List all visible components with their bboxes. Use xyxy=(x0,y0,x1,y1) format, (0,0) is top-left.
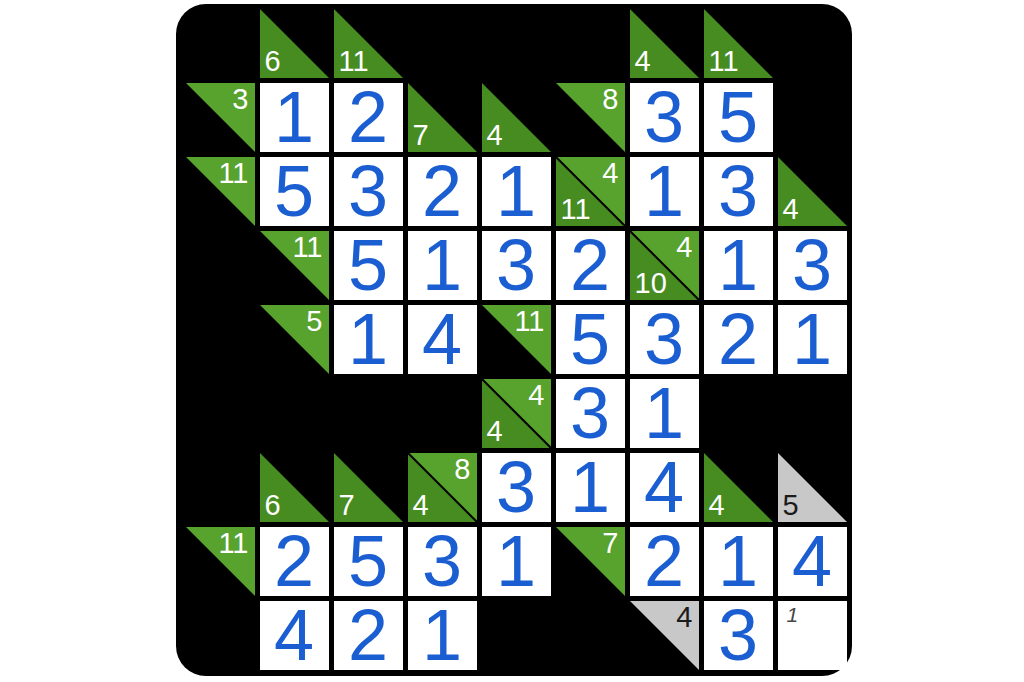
cell-r3-c7[interactable]: 1 xyxy=(701,228,775,302)
entry-value: 1 xyxy=(792,303,832,375)
cell-r1-c3: 7 xyxy=(405,80,479,154)
cell-r2-c3[interactable]: 2 xyxy=(405,154,479,228)
cell-r6-c8: 5 xyxy=(775,450,849,524)
cell-r0-c2: 11 xyxy=(331,6,405,80)
entry-value: 3 xyxy=(644,303,684,375)
cell-r4-c0 xyxy=(183,302,257,376)
cell-r3-c2[interactable]: 5 xyxy=(331,228,405,302)
entry-value: 5 xyxy=(718,81,758,153)
cell-r6-c0 xyxy=(183,450,257,524)
cell-r5-c3 xyxy=(405,376,479,450)
cell-r4-c1: 5 xyxy=(257,302,331,376)
cell-r8-c4 xyxy=(479,598,553,672)
cell-r7-c6[interactable]: 2 xyxy=(627,524,701,598)
down-clue-number: 4 xyxy=(635,47,651,76)
cell-r3-c4[interactable]: 3 xyxy=(479,228,553,302)
across-clue-number: 8 xyxy=(454,455,470,484)
entry-value: 3 xyxy=(570,377,610,449)
cell-r5-c0 xyxy=(183,376,257,450)
cell-r6-c1: 6 xyxy=(257,450,331,524)
entry-value: 3 xyxy=(644,81,684,153)
entry-value: 2 xyxy=(422,155,462,227)
across-clue-number: 3 xyxy=(232,85,248,114)
entry-value: 1 xyxy=(422,599,462,671)
cell-r7-c0: 11 xyxy=(183,524,257,598)
entry-value: 4 xyxy=(792,525,832,597)
entry-value: 1 xyxy=(496,525,536,597)
cell-r8-c2[interactable]: 2 xyxy=(331,598,405,672)
entry-value: 3 xyxy=(792,229,832,301)
cell-r6-c7: 4 xyxy=(701,450,775,524)
cell-r4-c5[interactable]: 5 xyxy=(553,302,627,376)
cell-r0-c5 xyxy=(553,6,627,80)
across-clue-number: 11 xyxy=(514,307,544,336)
cell-r5-c2 xyxy=(331,376,405,450)
cell-r0-c4 xyxy=(479,6,553,80)
entry-value: 3 xyxy=(718,599,758,671)
down-clue-number: 11 xyxy=(561,195,591,224)
cell-r5-c6[interactable]: 1 xyxy=(627,376,701,450)
cell-r5-c4: 44 xyxy=(479,376,553,450)
cell-r2-c8: 4 xyxy=(775,154,849,228)
cell-r0-c8 xyxy=(775,6,849,80)
cell-r1-c0: 3 xyxy=(183,80,257,154)
entry-value: 3 xyxy=(496,451,536,523)
cell-r5-c5[interactable]: 3 xyxy=(553,376,627,450)
cell-r8-c3[interactable]: 1 xyxy=(405,598,479,672)
down-clue-number: 4 xyxy=(413,491,429,520)
entry-value: 2 xyxy=(718,303,758,375)
cell-r6-c4[interactable]: 3 xyxy=(479,450,553,524)
cell-r8-c5 xyxy=(553,598,627,672)
cell-r7-c4[interactable]: 1 xyxy=(479,524,553,598)
cell-r8-c8[interactable]: 1 xyxy=(775,598,849,672)
cell-r8-c6: 4 xyxy=(627,598,701,672)
down-clue-number: 10 xyxy=(635,269,667,298)
entry-value: 3 xyxy=(718,155,758,227)
cell-r3-c3[interactable]: 1 xyxy=(405,228,479,302)
cell-r3-c6: 410 xyxy=(627,228,701,302)
entry-value: 2 xyxy=(644,525,684,597)
cell-r0-c3 xyxy=(405,6,479,80)
cell-r7-c3[interactable]: 3 xyxy=(405,524,479,598)
cell-r4-c2[interactable]: 1 xyxy=(331,302,405,376)
cell-r6-c2: 7 xyxy=(331,450,405,524)
cell-r7-c7[interactable]: 1 xyxy=(701,524,775,598)
down-clue-number: 11 xyxy=(709,47,739,76)
cell-r1-c4: 4 xyxy=(479,80,553,154)
cell-r1-c6[interactable]: 3 xyxy=(627,80,701,154)
down-clue-number: 5 xyxy=(783,491,799,520)
entry-value: 1 xyxy=(718,525,758,597)
cell-r6-c6[interactable]: 4 xyxy=(627,450,701,524)
cell-r5-c1 xyxy=(257,376,331,450)
cell-r2-c4[interactable]: 1 xyxy=(479,154,553,228)
cell-r8-c7[interactable]: 3 xyxy=(701,598,775,672)
across-clue-number: 7 xyxy=(602,529,618,558)
cell-r2-c6[interactable]: 1 xyxy=(627,154,701,228)
cell-r1-c5: 8 xyxy=(553,80,627,154)
cell-r0-c7: 11 xyxy=(701,6,775,80)
down-clue-number: 6 xyxy=(265,47,281,76)
entry-value: 1 xyxy=(570,451,610,523)
entry-value: 4 xyxy=(644,451,684,523)
entry-value: 1 xyxy=(644,377,684,449)
entry-value: 3 xyxy=(496,229,536,301)
cell-r4-c8[interactable]: 1 xyxy=(775,302,849,376)
entry-value: 1 xyxy=(718,229,758,301)
cell-r1-c2[interactable]: 2 xyxy=(331,80,405,154)
entry-value: 3 xyxy=(422,525,462,597)
kakuro-board: 6114113127483511532141113411513241013514… xyxy=(176,4,852,676)
entry-value: 1 xyxy=(274,81,314,153)
entry-value: 2 xyxy=(348,599,388,671)
cell-r7-c1[interactable]: 2 xyxy=(257,524,331,598)
cell-r7-c8[interactable]: 4 xyxy=(775,524,849,598)
cell-r8-c1[interactable]: 4 xyxy=(257,598,331,672)
cell-r6-c5[interactable]: 1 xyxy=(553,450,627,524)
pencil-mark: 1 xyxy=(787,604,799,625)
across-clue-number: 4 xyxy=(676,233,692,262)
cell-r2-c0: 11 xyxy=(183,154,257,228)
cell-r2-c5: 411 xyxy=(553,154,627,228)
entry-value: 2 xyxy=(274,525,314,597)
down-clue-number: 4 xyxy=(487,417,503,446)
cell-r4-c3[interactable]: 4 xyxy=(405,302,479,376)
across-clue-number: 8 xyxy=(602,85,618,114)
entry-value: 3 xyxy=(348,155,388,227)
down-clue-number: 7 xyxy=(339,491,355,520)
across-clue-number: 11 xyxy=(292,233,322,262)
cell-r3-c1: 11 xyxy=(257,228,331,302)
cell-r1-c1[interactable]: 1 xyxy=(257,80,331,154)
entry-value: 5 xyxy=(570,303,610,375)
across-clue-number: 11 xyxy=(218,529,248,558)
cell-r0-c6: 4 xyxy=(627,6,701,80)
board-grid: 6114113127483511532141113411513241013514… xyxy=(183,6,849,672)
cell-r4-c7[interactable]: 2 xyxy=(701,302,775,376)
across-clue-number: 4 xyxy=(676,603,692,632)
across-clue-number: 4 xyxy=(528,381,544,410)
cell-r3-c8[interactable]: 3 xyxy=(775,228,849,302)
entry-value: 1 xyxy=(348,303,388,375)
cell-r7-c5: 7 xyxy=(553,524,627,598)
entry-value: 5 xyxy=(348,229,388,301)
across-clue-number: 4 xyxy=(602,159,618,188)
cell-r6-c3: 84 xyxy=(405,450,479,524)
down-clue-number: 4 xyxy=(783,195,799,224)
down-clue-number: 11 xyxy=(339,47,369,76)
cell-r8-c0 xyxy=(183,598,257,672)
cell-r2-c2[interactable]: 3 xyxy=(331,154,405,228)
cell-r2-c7[interactable]: 3 xyxy=(701,154,775,228)
entry-value: 5 xyxy=(274,155,314,227)
cell-r0-c1: 6 xyxy=(257,6,331,80)
cell-r3-c0 xyxy=(183,228,257,302)
down-clue-number: 4 xyxy=(487,121,503,150)
cell-r4-c6[interactable]: 3 xyxy=(627,302,701,376)
down-clue-number: 4 xyxy=(709,491,725,520)
entry-value: 5 xyxy=(348,525,388,597)
entry-value: 2 xyxy=(570,229,610,301)
entry-value: 4 xyxy=(274,599,314,671)
down-clue-number: 7 xyxy=(413,121,429,150)
entry-value: 1 xyxy=(644,155,684,227)
cell-r1-c7[interactable]: 5 xyxy=(701,80,775,154)
cell-r5-c8 xyxy=(775,376,849,450)
cell-r2-c1[interactable]: 5 xyxy=(257,154,331,228)
across-clue-number: 5 xyxy=(306,307,322,336)
entry-value: 2 xyxy=(348,81,388,153)
entry-value: 4 xyxy=(422,303,462,375)
cell-r3-c5[interactable]: 2 xyxy=(553,228,627,302)
cell-r4-c4: 11 xyxy=(479,302,553,376)
entry-value: 1 xyxy=(496,155,536,227)
entry-value: 1 xyxy=(422,229,462,301)
across-clue-number: 11 xyxy=(218,159,248,188)
cell-r7-c2[interactable]: 5 xyxy=(331,524,405,598)
cell-r0-c0 xyxy=(183,6,257,80)
cell-r1-c8 xyxy=(775,80,849,154)
cell-r5-c7 xyxy=(701,376,775,450)
down-clue-number: 6 xyxy=(265,491,281,520)
